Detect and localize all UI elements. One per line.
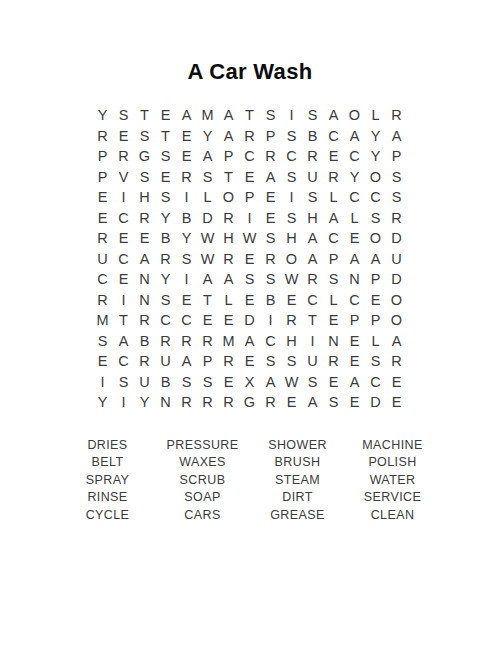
grid-cell-r12c14[interactable]: L [365,331,386,352]
word-pressure: PRESSURE [155,436,250,454]
grid-cell-r15c12[interactable]: S [323,392,344,413]
grid-cell-r11c12[interactable]: E [323,310,344,331]
grid-cell-r15c11[interactable]: A [302,392,323,413]
grid-cell-r15c14[interactable]: D [365,392,386,413]
word-spray: SPRAY [60,471,155,489]
grid-cell-r6c5[interactable]: B [176,208,197,229]
grid-cell-r8c7[interactable]: R [218,249,239,270]
grid-cell-r1c8[interactable]: T [239,105,260,126]
grid-cell-r8c8[interactable]: E [239,249,260,270]
grid-cell-r5c13[interactable]: C [344,187,365,208]
grid-cell-r3c9[interactable]: R [260,146,281,167]
grid-cell-r14c2[interactable]: S [113,372,134,393]
worksheet-page: A Car Wash YSTEAMATSISAOLRRESTEYARPSBCAY… [0,0,500,647]
word-search-grid: YSTEAMATSISAOLRRESTEYARPSBCAYAPRGSEAPCRC… [92,105,407,413]
grid-cell-r7c3[interactable]: E [134,228,155,249]
grid-cell-r2c7[interactable]: A [218,126,239,147]
grid-cell-r9c3[interactable]: N [134,269,155,290]
grid-cell-r14c13[interactable]: A [344,372,365,393]
grid-cell-r15c1[interactable]: Y [92,392,113,413]
grid-cell-r5c9[interactable]: E [260,187,281,208]
grid-cell-r14c14[interactable]: C [365,372,386,393]
word-scrub: SCRUB [155,471,250,489]
grid-cell-r8c6[interactable]: W [197,249,218,270]
word-polish: POLISH [345,454,440,472]
grid-cell-r1c9[interactable]: S [260,105,281,126]
grid-cell-r13c12[interactable]: R [323,351,344,372]
grid-cell-r1c13[interactable]: O [344,105,365,126]
grid-cell-r7c5[interactable]: Y [176,228,197,249]
grid-cell-r11c1[interactable]: M [92,310,113,331]
grid-cell-r13c5[interactable]: A [176,351,197,372]
grid-cell-r10c9[interactable]: B [260,290,281,311]
grid-cell-r8c11[interactable]: A [302,249,323,270]
grid-cell-r12c7[interactable]: M [218,331,239,352]
grid-cell-r10c12[interactable]: L [323,290,344,311]
grid-cell-r2c4[interactable]: T [155,126,176,147]
grid-cell-r1c15[interactable]: R [386,105,407,126]
word-dries: DRIES [60,436,155,454]
grid-cell-r15c3[interactable]: Y [134,392,155,413]
grid-cell-r11c5[interactable]: C [176,310,197,331]
word-cycle: CYCLE [60,506,155,524]
word-waxes: WAXES [155,454,250,472]
grid-cell-r5c4[interactable]: S [155,187,176,208]
grid-cell-r14c8[interactable]: X [239,372,260,393]
grid-cell-r11c3[interactable]: R [134,310,155,331]
grid-cell-r1c4[interactable]: E [155,105,176,126]
grid-cell-r8c9[interactable]: R [260,249,281,270]
word-service: SERVICE [345,489,440,507]
puzzle-title: A Car Wash [0,59,500,85]
grid-cell-r4c13[interactable]: Y [344,167,365,188]
grid-cell-r13c13[interactable]: E [344,351,365,372]
grid-cell-r9c5[interactable]: I [176,269,197,290]
grid-cell-r3c6[interactable]: A [197,146,218,167]
word-brush: BRUSH [250,454,345,472]
word-cars: CARS [155,506,250,524]
grid-cell-r14c3[interactable]: U [134,372,155,393]
grid-cell-r2c5[interactable]: E [176,126,197,147]
grid-cell-r5c2[interactable]: I [113,187,134,208]
grid-cell-r1c6[interactable]: M [197,105,218,126]
grid-cell-r6c14[interactable]: S [365,208,386,229]
grid-cell-r5c12[interactable]: L [323,187,344,208]
grid-cell-r15c7[interactable]: R [218,392,239,413]
grid-cell-r2c13[interactable]: A [344,126,365,147]
grid-cell-r10c15[interactable]: O [386,290,407,311]
grid-cell-r11c14[interactable]: P [365,310,386,331]
grid-cell-r13c4[interactable]: U [155,351,176,372]
grid-cell-r5c1[interactable]: E [92,187,113,208]
grid-cell-r12c3[interactable]: B [134,331,155,352]
grid-cell-r11c4[interactable]: C [155,310,176,331]
grid-cell-r7c11[interactable]: A [302,228,323,249]
grid-cell-r14c6[interactable]: S [197,372,218,393]
grid-cell-r6c15[interactable]: R [386,208,407,229]
grid-cell-r1c12[interactable]: A [323,105,344,126]
grid-cell-r1c3[interactable]: T [134,105,155,126]
grid-cell-r5c5[interactable]: I [176,187,197,208]
word-steam: STEAM [250,471,345,489]
grid-cell-r15c8[interactable]: G [239,392,260,413]
grid-cell-r3c1[interactable]: P [92,146,113,167]
grid-cell-r4c8[interactable]: E [239,167,260,188]
grid-cell-r6c8[interactable]: I [239,208,260,229]
grid-cell-r13c14[interactable]: S [365,351,386,372]
grid-cell-r4c9[interactable]: A [260,167,281,188]
grid-cell-r11c15[interactable]: O [386,310,407,331]
grid-cell-r5c15[interactable]: S [386,187,407,208]
grid-cell-r5c11[interactable]: S [302,187,323,208]
grid-cell-r9c15[interactable]: D [386,269,407,290]
grid-cell-r11c6[interactable]: E [197,310,218,331]
grid-cell-r6c11[interactable]: H [302,208,323,229]
grid-cell-r6c1[interactable]: E [92,208,113,229]
grid-cell-r10c14[interactable]: E [365,290,386,311]
grid-cell-r9c1[interactable]: C [92,269,113,290]
grid-cell-r15c13[interactable]: E [344,392,365,413]
grid-cell-r10c3[interactable]: N [134,290,155,311]
grid-cell-r3c8[interactable]: C [239,146,260,167]
grid-cell-r9c12[interactable]: S [323,269,344,290]
grid-cell-r3c3[interactable]: G [134,146,155,167]
grid-cell-r1c10[interactable]: I [281,105,302,126]
grid-cell-r5c6[interactable]: L [197,187,218,208]
grid-cell-r12c4[interactable]: R [155,331,176,352]
word-soap: SOAP [155,489,250,507]
grid-cell-r12c11[interactable]: I [302,331,323,352]
grid-cell-r3c7[interactable]: P [218,146,239,167]
grid-cell-r4c3[interactable]: S [134,167,155,188]
grid-cell-r1c7[interactable]: A [218,105,239,126]
grid-cell-r12c9[interactable]: C [260,331,281,352]
grid-cell-r8c1[interactable]: U [92,249,113,270]
grid-cell-r3c14[interactable]: Y [365,146,386,167]
grid-cell-r12c6[interactable]: R [197,331,218,352]
word-shower: SHOWER [250,436,345,454]
grid-cell-r12c10[interactable]: H [281,331,302,352]
grid-cell-r4c4[interactable]: E [155,167,176,188]
grid-cell-r3c15[interactable]: P [386,146,407,167]
grid-cell-r10c5[interactable]: E [176,290,197,311]
grid-cell-r14c15[interactable]: E [386,372,407,393]
grid-cell-r10c6[interactable]: T [197,290,218,311]
grid-cell-r9c2[interactable]: E [113,269,134,290]
grid-cell-r15c15[interactable]: E [386,392,407,413]
grid-cell-r9c14[interactable]: P [365,269,386,290]
grid-cell-r6c13[interactable]: L [344,208,365,229]
grid-cell-r2c2[interactable]: E [113,126,134,147]
grid-cell-r13c15[interactable]: R [386,351,407,372]
grid-cell-r8c15[interactable]: U [386,249,407,270]
grid-cell-r11c10[interactable]: R [281,310,302,331]
grid-cell-r7c10[interactable]: H [281,228,302,249]
grid-cell-r13c8[interactable]: E [239,351,260,372]
grid-cell-r10c11[interactable]: C [302,290,323,311]
grid-cell-r13c1[interactable]: E [92,351,113,372]
grid-cell-r9c9[interactable]: S [260,269,281,290]
grid-cell-r13c3[interactable]: R [134,351,155,372]
grid-cell-r8c5[interactable]: S [176,249,197,270]
grid-cell-r15c5[interactable]: R [176,392,197,413]
grid-cell-r11c8[interactable]: D [239,310,260,331]
grid-cell-r7c4[interactable]: B [155,228,176,249]
grid-cell-r12c15[interactable]: A [386,331,407,352]
grid-cell-r11c13[interactable]: P [344,310,365,331]
grid-cell-r10c8[interactable]: E [239,290,260,311]
grid-cell-r13c9[interactable]: S [260,351,281,372]
grid-cell-r8c3[interactable]: A [134,249,155,270]
grid-cell-r4c12[interactable]: R [323,167,344,188]
grid-cell-r11c11[interactable]: T [302,310,323,331]
grid-cell-r13c11[interactable]: U [302,351,323,372]
word-clean: CLEAN [345,506,440,524]
grid-cell-r15c2[interactable]: I [113,392,134,413]
word-belt: BELT [60,454,155,472]
grid-cell-r6c4[interactable]: Y [155,208,176,229]
grid-cell-r9c10[interactable]: W [281,269,302,290]
grid-cell-r2c6[interactable]: Y [197,126,218,147]
grid-cell-r15c6[interactable]: R [197,392,218,413]
grid-cell-r10c4[interactable]: S [155,290,176,311]
word-rinse: RINSE [60,489,155,507]
grid-cell-r2c12[interactable]: C [323,126,344,147]
grid-cell-r6c2[interactable]: C [113,208,134,229]
grid-cell-r4c11[interactable]: U [302,167,323,188]
grid-cell-r11c2[interactable]: T [113,310,134,331]
grid-cell-r12c12[interactable]: N [323,331,344,352]
grid-cell-r2c9[interactable]: P [260,126,281,147]
grid-cell-r14c11[interactable]: S [302,372,323,393]
grid-cell-r7c12[interactable]: C [323,228,344,249]
grid-cell-r12c2[interactable]: A [113,331,134,352]
grid-cell-r6c12[interactable]: A [323,208,344,229]
grid-cell-r3c2[interactable]: R [113,146,134,167]
grid-cell-r13c2[interactable]: C [113,351,134,372]
grid-cell-r1c11[interactable]: S [302,105,323,126]
grid-cell-r7c7[interactable]: H [218,228,239,249]
grid-cell-r4c10[interactable]: S [281,167,302,188]
grid-cell-r6c6[interactable]: D [197,208,218,229]
grid-cell-r13c7[interactable]: R [218,351,239,372]
grid-cell-r7c15[interactable]: D [386,228,407,249]
grid-cell-r10c13[interactable]: C [344,290,365,311]
grid-cell-r10c10[interactable]: E [281,290,302,311]
grid-cell-r15c4[interactable]: N [155,392,176,413]
grid-cell-r2c11[interactable]: B [302,126,323,147]
grid-cell-r3c13[interactable]: C [344,146,365,167]
grid-cell-r12c13[interactable]: E [344,331,365,352]
grid-cell-r15c10[interactable]: E [281,392,302,413]
grid-cell-r7c9[interactable]: S [260,228,281,249]
grid-cell-r6c3[interactable]: R [134,208,155,229]
grid-cell-r7c8[interactable]: W [239,228,260,249]
grid-cell-r5c3[interactable]: H [134,187,155,208]
grid-cell-r13c10[interactable]: S [281,351,302,372]
grid-cell-r9c4[interactable]: Y [155,269,176,290]
grid-cell-r12c1[interactable]: S [92,331,113,352]
grid-cell-r7c14[interactable]: O [365,228,386,249]
grid-cell-r6c10[interactable]: S [281,208,302,229]
grid-cell-r5c8[interactable]: P [239,187,260,208]
grid-cell-r14c10[interactable]: W [281,372,302,393]
grid-cell-r4c15[interactable]: S [386,167,407,188]
grid-cell-r15c9[interactable]: R [260,392,281,413]
grid-cell-r9c7[interactable]: A [218,269,239,290]
grid-cell-r9c11[interactable]: R [302,269,323,290]
grid-cell-r13c6[interactable]: P [197,351,218,372]
grid-cell-r14c7[interactable]: E [218,372,239,393]
grid-cell-r7c13[interactable]: E [344,228,365,249]
grid-cell-r3c5[interactable]: E [176,146,197,167]
grid-cell-r3c11[interactable]: R [302,146,323,167]
grid-cell-r3c10[interactable]: C [281,146,302,167]
word-grease: GREASE [250,506,345,524]
grid-cell-r4c5[interactable]: R [176,167,197,188]
grid-cell-r8c10[interactable]: O [281,249,302,270]
grid-cell-r4c7[interactable]: T [218,167,239,188]
grid-cell-r2c15[interactable]: A [386,126,407,147]
grid-cell-r4c2[interactable]: V [113,167,134,188]
grid-cell-r2c14[interactable]: Y [365,126,386,147]
grid-cell-r12c5[interactable]: R [176,331,197,352]
grid-cell-r10c1[interactable]: R [92,290,113,311]
grid-cell-r5c14[interactable]: C [365,187,386,208]
word-machine: MACHINE [345,436,440,454]
grid-cell-r4c1[interactable]: P [92,167,113,188]
grid-cell-r1c14[interactable]: L [365,105,386,126]
grid-cell-r7c2[interactable]: E [113,228,134,249]
word-list: DRIESBELTSPRAYRINSECYCLEPRESSUREWAXESSCR… [60,436,440,524]
grid-cell-r2c1[interactable]: R [92,126,113,147]
grid-cell-r8c13[interactable]: A [344,249,365,270]
grid-cell-r9c8[interactable]: S [239,269,260,290]
grid-cell-r3c4[interactable]: S [155,146,176,167]
grid-cell-r5c10[interactable]: I [281,187,302,208]
grid-cell-r7c6[interactable]: W [197,228,218,249]
grid-cell-r9c13[interactable]: N [344,269,365,290]
grid-cell-r2c10[interactable]: S [281,126,302,147]
grid-cell-r1c2[interactable]: S [113,105,134,126]
grid-cell-r10c7[interactable]: L [218,290,239,311]
grid-cell-r11c7[interactable]: E [218,310,239,331]
grid-cell-r6c7[interactable]: R [218,208,239,229]
grid-cell-r14c1[interactable]: I [92,372,113,393]
grid-cell-r2c3[interactable]: S [134,126,155,147]
grid-cell-r4c14[interactable]: O [365,167,386,188]
grid-cell-r5c7[interactable]: O [218,187,239,208]
word-dirt: DIRT [250,489,345,507]
grid-cell-r8c4[interactable]: R [155,249,176,270]
grid-cell-r14c12[interactable]: E [323,372,344,393]
grid-cell-r2c8[interactable]: R [239,126,260,147]
grid-cell-r3c12[interactable]: E [323,146,344,167]
grid-cell-r1c1[interactable]: Y [92,105,113,126]
grid-cell-r11c9[interactable]: I [260,310,281,331]
grid-cell-r12c8[interactable]: A [239,331,260,352]
grid-cell-r10c2[interactable]: I [113,290,134,311]
grid-cell-r9c6[interactable]: A [197,269,218,290]
grid-cell-r7c1[interactable]: R [92,228,113,249]
word-water: WATER [345,471,440,489]
grid-cell-r8c14[interactable]: A [365,249,386,270]
grid-cell-r6c9[interactable]: E [260,208,281,229]
grid-cell-r14c9[interactable]: A [260,372,281,393]
grid-cell-r14c5[interactable]: S [176,372,197,393]
grid-cell-r8c12[interactable]: P [323,249,344,270]
grid-cell-r1c5[interactable]: A [176,105,197,126]
grid-cell-r4c6[interactable]: S [197,167,218,188]
grid-cell-r14c4[interactable]: B [155,372,176,393]
grid-cell-r8c2[interactable]: C [113,249,134,270]
